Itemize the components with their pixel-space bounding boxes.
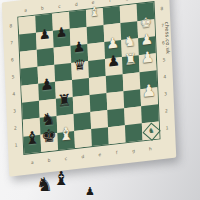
square-f8 — [103, 6, 121, 25]
coord-label: b — [44, 158, 54, 164]
square-f7 — [104, 23, 122, 42]
coord-label: g — [122, 0, 132, 2]
square-e5 — [88, 59, 106, 78]
square-b3 — [39, 99, 57, 118]
coord-label: 4 — [11, 89, 17, 99]
photo-chess-scene: ♝♚♟♞♟♜♟♟♝♟♟♟♛♟♟♜♞♚♝♞ abcdefgh abcdefgh 8… — [0, 0, 200, 200]
square-c5 — [54, 63, 72, 82]
square-c4 — [55, 80, 73, 99]
square-h8 — [137, 2, 155, 21]
square-b7 — [36, 31, 54, 50]
square-d8 — [69, 10, 87, 29]
coord-label: 3 — [12, 106, 18, 116]
square-b2 — [40, 116, 58, 135]
square-g3 — [123, 89, 141, 108]
coord-label: e — [88, 0, 98, 6]
coord-label: 6 — [9, 55, 15, 65]
square-a8 — [18, 16, 36, 35]
board-squares — [17, 1, 160, 155]
coord-label: a — [27, 159, 37, 165]
square-h7 — [137, 19, 155, 38]
coord-label: c — [55, 3, 65, 9]
square-f1 — [108, 125, 126, 144]
coord-label: 1 — [164, 123, 170, 133]
square-g2 — [124, 106, 142, 125]
square-b1 — [40, 133, 58, 152]
square-h5 — [139, 53, 157, 72]
coord-label: 8 — [159, 4, 165, 14]
square-b8 — [35, 14, 53, 33]
coord-label: b — [38, 5, 48, 11]
square-g6 — [121, 38, 139, 57]
square-a7 — [19, 33, 37, 52]
square-f5 — [105, 57, 123, 76]
square-e1 — [91, 127, 109, 146]
coord-label: 5 — [10, 72, 16, 82]
square-d5 — [71, 61, 89, 80]
coord-label: 2 — [163, 106, 169, 116]
coord-label: h — [146, 146, 156, 152]
coord-label: 1 — [13, 140, 19, 150]
square-g7 — [120, 21, 138, 40]
square-f2 — [107, 108, 125, 127]
board-brand-text: chess.co.uk — [164, 22, 172, 72]
square-h4 — [140, 70, 158, 89]
coord-label: 7 — [9, 38, 15, 48]
square-e8 — [86, 8, 104, 27]
square-f6 — [104, 40, 122, 59]
square-f4 — [106, 74, 124, 93]
coord-label: d — [71, 1, 81, 7]
square-g8 — [120, 4, 138, 23]
square-h6 — [138, 36, 156, 55]
square-a4 — [21, 84, 39, 103]
square-c3 — [56, 97, 74, 116]
square-d7 — [70, 27, 88, 46]
square-d4 — [72, 78, 90, 97]
square-a5 — [21, 67, 39, 86]
square-e2 — [90, 110, 108, 129]
square-d6 — [71, 44, 89, 63]
coord-label: d — [78, 154, 88, 160]
square-h1 — [142, 121, 160, 140]
square-g4 — [123, 72, 141, 91]
square-a3 — [22, 101, 40, 120]
captured-black-bishop: ♝ — [53, 167, 70, 189]
chess-board: ♝♚♟♞♟♜♟♟♝♟♟♟♛♟♟♜♞♚♝♞ abcdefgh abcdefgh 8… — [2, 0, 177, 177]
square-e4 — [89, 76, 107, 95]
square-d2 — [74, 112, 92, 131]
square-h3 — [140, 87, 158, 106]
square-h2 — [141, 104, 159, 123]
coord-label: e — [95, 152, 105, 158]
square-d1 — [74, 129, 92, 148]
captured-black-pawn: ♟ — [85, 185, 95, 198]
square-a6 — [20, 50, 38, 69]
coord-label: 4 — [162, 72, 168, 82]
coord-label: 2 — [12, 123, 18, 133]
square-a2 — [23, 118, 41, 137]
coord-label: f — [112, 150, 122, 156]
square-e7 — [87, 25, 105, 44]
square-e6 — [87, 42, 105, 61]
square-e3 — [90, 93, 108, 112]
square-c8 — [52, 12, 70, 31]
square-g5 — [122, 55, 140, 74]
square-c2 — [57, 114, 75, 133]
coord-label: c — [61, 156, 71, 162]
square-a1 — [24, 135, 42, 154]
coord-label: g — [129, 148, 139, 154]
coord-label: a — [21, 7, 31, 13]
square-d3 — [73, 95, 91, 114]
square-c7 — [53, 29, 71, 48]
coord-label: 3 — [163, 89, 169, 99]
square-b6 — [37, 48, 55, 67]
square-c1 — [57, 131, 75, 150]
coord-label: f — [105, 0, 115, 4]
square-c6 — [54, 46, 72, 65]
captured-black-knight: ♞ — [36, 173, 53, 195]
square-f3 — [107, 91, 125, 110]
coord-label: 8 — [8, 21, 14, 31]
square-g1 — [125, 123, 143, 142]
square-b5 — [37, 65, 55, 84]
square-b4 — [38, 82, 56, 101]
